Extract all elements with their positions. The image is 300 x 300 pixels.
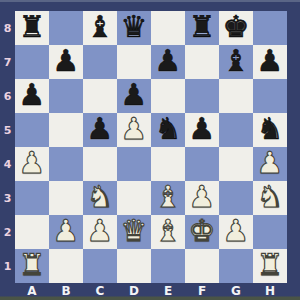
square-h5[interactable]: ♞: [253, 113, 287, 147]
chess-board[interactable]: ♜♝♛♜♚♟♟♝♟♟♟♟♟♞♟♞♟♟♞♝♟♞♟♟♛♝♚♟♜♜: [15, 11, 287, 283]
square-b5[interactable]: [49, 113, 83, 147]
square-d5[interactable]: ♟: [117, 113, 151, 147]
piece-white-pawn[interactable]: ♟: [53, 214, 80, 248]
square-c8[interactable]: ♝: [83, 11, 117, 45]
square-a5[interactable]: [15, 113, 49, 147]
piece-white-knight[interactable]: ♞: [87, 180, 114, 214]
square-a3[interactable]: [15, 181, 49, 215]
square-g4[interactable]: [219, 147, 253, 181]
piece-black-pawn[interactable]: ♟: [121, 78, 148, 112]
rank-label-2: 2: [0, 215, 15, 249]
rank-label-3: 3: [0, 181, 15, 215]
square-e6[interactable]: [151, 79, 185, 113]
square-b6[interactable]: [49, 79, 83, 113]
square-e8[interactable]: [151, 11, 185, 45]
rank-label-8: 8: [0, 11, 15, 45]
piece-black-pawn[interactable]: ♟: [19, 78, 46, 112]
rank-label-7: 7: [0, 45, 15, 79]
piece-white-pawn[interactable]: ♟: [121, 112, 148, 146]
square-f5[interactable]: ♟: [185, 113, 219, 147]
square-c3[interactable]: ♞: [83, 181, 117, 215]
square-c6[interactable]: [83, 79, 117, 113]
square-g1[interactable]: [219, 249, 253, 283]
square-h1[interactable]: ♜: [253, 249, 287, 283]
square-f1[interactable]: [185, 249, 219, 283]
square-e4[interactable]: [151, 147, 185, 181]
file-label-b: B: [49, 283, 83, 298]
square-c2[interactable]: ♟: [83, 215, 117, 249]
square-h8[interactable]: [253, 11, 287, 45]
square-e2[interactable]: ♝: [151, 215, 185, 249]
square-e1[interactable]: [151, 249, 185, 283]
piece-black-pawn[interactable]: ♟: [53, 44, 80, 78]
square-b4[interactable]: [49, 147, 83, 181]
square-e7[interactable]: ♟: [151, 45, 185, 79]
square-f6[interactable]: [185, 79, 219, 113]
square-d6[interactable]: ♟: [117, 79, 151, 113]
square-g3[interactable]: [219, 181, 253, 215]
piece-white-pawn[interactable]: ♟: [87, 214, 114, 248]
piece-black-bishop[interactable]: ♝: [87, 10, 114, 44]
piece-white-knight[interactable]: ♞: [257, 180, 284, 214]
square-d7[interactable]: [117, 45, 151, 79]
file-label-c: C: [83, 283, 117, 298]
square-b7[interactable]: ♟: [49, 45, 83, 79]
piece-black-bishop[interactable]: ♝: [223, 44, 250, 78]
piece-white-rook[interactable]: ♜: [257, 248, 284, 282]
piece-white-rook[interactable]: ♜: [19, 248, 46, 282]
square-h4[interactable]: ♟: [253, 147, 287, 181]
square-b1[interactable]: [49, 249, 83, 283]
square-e5[interactable]: ♞: [151, 113, 185, 147]
file-label-g: G: [219, 283, 253, 298]
rank-label-4: 4: [0, 147, 15, 181]
square-c1[interactable]: [83, 249, 117, 283]
square-c7[interactable]: [83, 45, 117, 79]
rank-label-1: 1: [0, 249, 15, 283]
square-f7[interactable]: [185, 45, 219, 79]
square-a6[interactable]: ♟: [15, 79, 49, 113]
piece-black-pawn[interactable]: ♟: [189, 112, 216, 146]
square-f3[interactable]: ♟: [185, 181, 219, 215]
piece-black-rook[interactable]: ♜: [19, 10, 46, 44]
square-g8[interactable]: ♚: [219, 11, 253, 45]
rank-labels: 87654321: [0, 11, 15, 283]
square-d3[interactable]: [117, 181, 151, 215]
piece-black-pawn[interactable]: ♟: [87, 112, 114, 146]
square-a4[interactable]: ♟: [15, 147, 49, 181]
square-c4[interactable]: [83, 147, 117, 181]
piece-black-king[interactable]: ♚: [223, 10, 250, 44]
rank-label-6: 6: [0, 79, 15, 113]
square-b8[interactable]: [49, 11, 83, 45]
file-label-a: A: [15, 283, 49, 298]
square-e3[interactable]: ♝: [151, 181, 185, 215]
square-d2[interactable]: ♛: [117, 215, 151, 249]
piece-white-pawn[interactable]: ♟: [223, 214, 250, 248]
square-d8[interactable]: ♛: [117, 11, 151, 45]
file-label-e: E: [151, 283, 185, 298]
file-label-d: D: [117, 283, 151, 298]
square-g5[interactable]: [219, 113, 253, 147]
square-g7[interactable]: ♝: [219, 45, 253, 79]
piece-black-pawn[interactable]: ♟: [257, 44, 284, 78]
piece-white-pawn[interactable]: ♟: [257, 146, 284, 180]
square-h3[interactable]: ♞: [253, 181, 287, 215]
piece-white-king[interactable]: ♚: [189, 214, 216, 248]
rank-label-5: 5: [0, 113, 15, 147]
piece-black-queen[interactable]: ♛: [121, 10, 148, 44]
square-g6[interactable]: [219, 79, 253, 113]
square-d1[interactable]: [117, 249, 151, 283]
square-b3[interactable]: [49, 181, 83, 215]
square-h2[interactable]: [253, 215, 287, 249]
piece-black-pawn[interactable]: ♟: [155, 44, 182, 78]
square-h6[interactable]: [253, 79, 287, 113]
square-d4[interactable]: [117, 147, 151, 181]
square-a1[interactable]: ♜: [15, 249, 49, 283]
square-f8[interactable]: ♜: [185, 11, 219, 45]
square-a8[interactable]: ♜: [15, 11, 49, 45]
square-b2[interactable]: ♟: [49, 215, 83, 249]
square-f2[interactable]: ♚: [185, 215, 219, 249]
piece-black-knight[interactable]: ♞: [155, 112, 182, 146]
file-labels: ABCDEFGH: [15, 283, 287, 298]
file-label-h: H: [253, 283, 287, 298]
piece-white-queen[interactable]: ♛: [121, 214, 148, 248]
square-c5[interactable]: ♟: [83, 113, 117, 147]
square-a2[interactable]: [15, 215, 49, 249]
piece-white-pawn[interactable]: ♟: [19, 146, 46, 180]
square-a7[interactable]: [15, 45, 49, 79]
square-f4[interactable]: [185, 147, 219, 181]
piece-black-rook[interactable]: ♜: [189, 10, 216, 44]
piece-white-bishop[interactable]: ♝: [155, 214, 182, 248]
piece-white-pawn[interactable]: ♟: [189, 180, 216, 214]
square-g2[interactable]: ♟: [219, 215, 253, 249]
piece-white-bishop[interactable]: ♝: [155, 180, 182, 214]
chess-board-frame: 87654321 ♜♝♛♜♚♟♟♝♟♟♟♟♟♞♟♞♟♟♞♝♟♞♟♟♛♝♚♟♜♜ …: [0, 0, 300, 300]
file-label-f: F: [185, 283, 219, 298]
piece-black-knight[interactable]: ♞: [257, 112, 284, 146]
square-h7[interactable]: ♟: [253, 45, 287, 79]
